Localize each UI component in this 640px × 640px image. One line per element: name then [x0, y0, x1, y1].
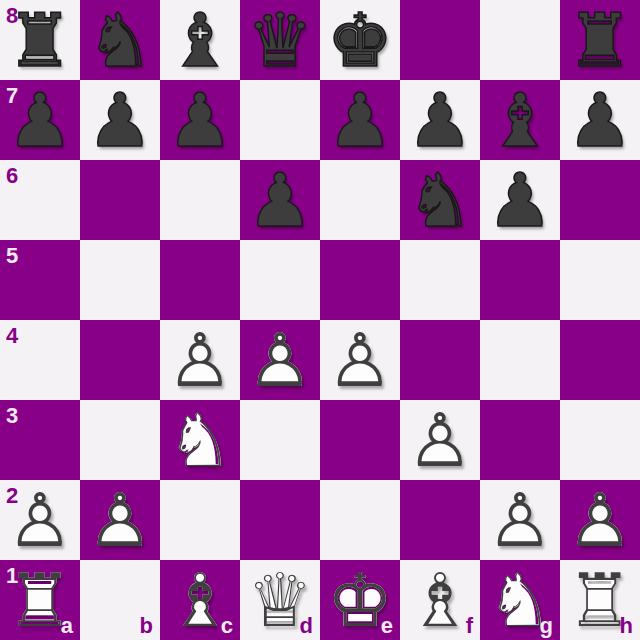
square-c7[interactable]: ♟	[160, 80, 240, 160]
rank-label-2: 2	[6, 485, 18, 507]
square-h5[interactable]	[560, 240, 640, 320]
black-pawn-icon: ♟	[80, 80, 160, 160]
black-bishop[interactable]: ♝	[480, 80, 560, 160]
square-h4[interactable]	[560, 320, 640, 400]
square-f3[interactable]: ♟♙	[400, 400, 480, 480]
square-b7[interactable]: ♟	[80, 80, 160, 160]
white-pawn[interactable]: ♟♙	[160, 320, 240, 400]
square-c1[interactable]: ♝♗c	[160, 560, 240, 640]
square-g7[interactable]: ♝	[480, 80, 560, 160]
white-pawn-outline-icon: ♙	[240, 320, 320, 400]
black-bishop[interactable]: ♝	[160, 0, 240, 80]
square-c6[interactable]	[160, 160, 240, 240]
square-d5[interactable]	[240, 240, 320, 320]
square-g6[interactable]: ♟	[480, 160, 560, 240]
black-pawn[interactable]: ♟	[80, 80, 160, 160]
white-knight[interactable]: ♞♘	[160, 400, 240, 480]
white-pawn[interactable]: ♟♙	[400, 400, 480, 480]
file-label-d: d	[300, 615, 313, 637]
square-f2[interactable]	[400, 480, 480, 560]
square-d4[interactable]: ♟♙	[240, 320, 320, 400]
black-knight[interactable]: ♞	[80, 0, 160, 80]
black-bishop-icon: ♝	[160, 0, 240, 80]
square-g2[interactable]: ♟♙	[480, 480, 560, 560]
square-e1[interactable]: ♚♔e	[320, 560, 400, 640]
square-d3[interactable]	[240, 400, 320, 480]
square-h3[interactable]	[560, 400, 640, 480]
square-b3[interactable]	[80, 400, 160, 480]
square-a5[interactable]: 5	[0, 240, 80, 320]
file-label-f: f	[466, 615, 473, 637]
black-queen-icon: ♛	[240, 0, 320, 80]
black-pawn[interactable]: ♟	[400, 80, 480, 160]
file-label-a: a	[61, 615, 73, 637]
square-e3[interactable]	[320, 400, 400, 480]
black-queen[interactable]: ♛	[240, 0, 320, 80]
black-pawn-icon: ♟	[400, 80, 480, 160]
black-rook[interactable]: ♜	[560, 0, 640, 80]
square-e7[interactable]: ♟	[320, 80, 400, 160]
white-pawn[interactable]: ♟♙	[240, 320, 320, 400]
square-e2[interactable]	[320, 480, 400, 560]
white-pawn-outline-icon: ♙	[560, 480, 640, 560]
white-pawn-outline-icon: ♙	[480, 480, 560, 560]
square-b1[interactable]: b	[80, 560, 160, 640]
square-c8[interactable]: ♝	[160, 0, 240, 80]
file-label-b: b	[140, 615, 153, 637]
square-a7[interactable]: ♟7	[0, 80, 80, 160]
black-rook-icon: ♜	[560, 0, 640, 80]
black-pawn-icon: ♟	[320, 80, 400, 160]
square-f5[interactable]	[400, 240, 480, 320]
chess-board: ♜8♞♝♛♚♜♟7♟♟♟♟♝♟6♟♞♟54♟♙♟♙♟♙3♞♘♟♙♟♙2♟♙♟♙♟…	[0, 0, 640, 640]
white-pawn-outline-icon: ♙	[160, 320, 240, 400]
square-g5[interactable]	[480, 240, 560, 320]
black-pawn-icon: ♟	[480, 160, 560, 240]
square-f8[interactable]	[400, 0, 480, 80]
black-knight[interactable]: ♞	[400, 160, 480, 240]
square-h6[interactable]	[560, 160, 640, 240]
square-f7[interactable]: ♟	[400, 80, 480, 160]
square-e5[interactable]	[320, 240, 400, 320]
rank-label-3: 3	[6, 405, 18, 427]
square-e4[interactable]: ♟♙	[320, 320, 400, 400]
square-d7[interactable]	[240, 80, 320, 160]
rank-label-7: 7	[6, 85, 18, 107]
black-pawn[interactable]: ♟	[480, 160, 560, 240]
black-pawn[interactable]: ♟	[560, 80, 640, 160]
rank-label-8: 8	[6, 5, 18, 27]
black-pawn[interactable]: ♟	[240, 160, 320, 240]
file-label-h: h	[620, 615, 633, 637]
square-h1[interactable]: ♜♖h	[560, 560, 640, 640]
square-a2[interactable]: ♟♙2	[0, 480, 80, 560]
white-pawn-outline-icon: ♙	[400, 400, 480, 480]
white-pawn[interactable]: ♟♙	[80, 480, 160, 560]
white-pawn[interactable]: ♟♙	[560, 480, 640, 560]
black-pawn-icon: ♟	[160, 80, 240, 160]
square-a4[interactable]: 4	[0, 320, 80, 400]
square-f1[interactable]: ♝♗f	[400, 560, 480, 640]
square-b6[interactable]	[80, 160, 160, 240]
square-a1[interactable]: ♜♖1a	[0, 560, 80, 640]
square-e6[interactable]	[320, 160, 400, 240]
square-g1[interactable]: ♞♘g	[480, 560, 560, 640]
square-f6[interactable]: ♞	[400, 160, 480, 240]
black-knight-icon: ♞	[80, 0, 160, 80]
square-h2[interactable]: ♟♙	[560, 480, 640, 560]
white-knight-outline-icon: ♘	[160, 400, 240, 480]
square-c5[interactable]	[160, 240, 240, 320]
square-d6[interactable]: ♟	[240, 160, 320, 240]
black-pawn[interactable]: ♟	[320, 80, 400, 160]
black-pawn-icon: ♟	[240, 160, 320, 240]
square-c3[interactable]: ♞♘	[160, 400, 240, 480]
square-d1[interactable]: ♛♕d	[240, 560, 320, 640]
black-knight-icon: ♞	[400, 160, 480, 240]
black-pawn[interactable]: ♟	[160, 80, 240, 160]
square-d8[interactable]: ♛	[240, 0, 320, 80]
black-pawn-icon: ♟	[560, 80, 640, 160]
file-label-e: e	[381, 615, 393, 637]
white-pawn-outline-icon: ♙	[320, 320, 400, 400]
square-a6[interactable]: 6	[0, 160, 80, 240]
square-h8[interactable]: ♜	[560, 0, 640, 80]
black-bishop-icon: ♝	[480, 80, 560, 160]
black-king-icon: ♚	[320, 0, 400, 80]
rank-label-5: 5	[6, 245, 18, 267]
square-e8[interactable]: ♚	[320, 0, 400, 80]
square-g8[interactable]	[480, 0, 560, 80]
square-g4[interactable]	[480, 320, 560, 400]
square-d2[interactable]	[240, 480, 320, 560]
square-b5[interactable]	[80, 240, 160, 320]
square-a3[interactable]: 3	[0, 400, 80, 480]
black-king[interactable]: ♚	[320, 0, 400, 80]
square-b2[interactable]: ♟♙	[80, 480, 160, 560]
square-c4[interactable]: ♟♙	[160, 320, 240, 400]
file-label-c: c	[221, 615, 233, 637]
white-pawn-outline-icon: ♙	[80, 480, 160, 560]
square-b4[interactable]	[80, 320, 160, 400]
square-f4[interactable]	[400, 320, 480, 400]
white-pawn[interactable]: ♟♙	[320, 320, 400, 400]
rank-label-6: 6	[6, 165, 18, 187]
square-a8[interactable]: ♜8	[0, 0, 80, 80]
square-g3[interactable]	[480, 400, 560, 480]
rank-label-1: 1	[6, 565, 18, 587]
square-b8[interactable]: ♞	[80, 0, 160, 80]
square-h7[interactable]: ♟	[560, 80, 640, 160]
rank-label-4: 4	[6, 325, 18, 347]
white-pawn[interactable]: ♟♙	[480, 480, 560, 560]
file-label-g: g	[540, 615, 553, 637]
square-c2[interactable]	[160, 480, 240, 560]
